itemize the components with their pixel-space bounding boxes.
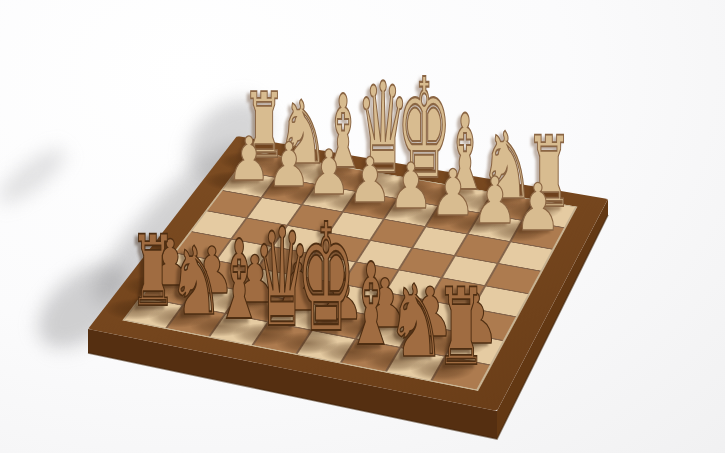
- piece-white-pawn-e2[interactable]: ♟: [389, 156, 434, 219]
- piece-white-pawn-h2[interactable]: ♟: [515, 176, 561, 241]
- piece-white-pawn-a2[interactable]: ♟: [228, 129, 271, 189]
- piece-white-pawn-g2[interactable]: ♟: [472, 169, 518, 234]
- piece-black-rook-h8[interactable]: ♜: [436, 274, 486, 380]
- piece-layer: ♜♞♝♛♚♝♞♜♟♟♟♟♟♟♟♟♟♟♟♟♟♟♟♟♜♞♝♛♚♝♞♜: [0, 0, 725, 453]
- piece-white-pawn-f2[interactable]: ♟: [430, 162, 475, 226]
- piece-white-pawn-b2[interactable]: ♟: [267, 136, 310, 197]
- viewport: ♜♞♝♛♚♝♞♜♟♟♟♟♟♟♟♟♟♟♟♟♟♟♟♟♜♞♝♛♚♝♞♜: [0, 0, 725, 453]
